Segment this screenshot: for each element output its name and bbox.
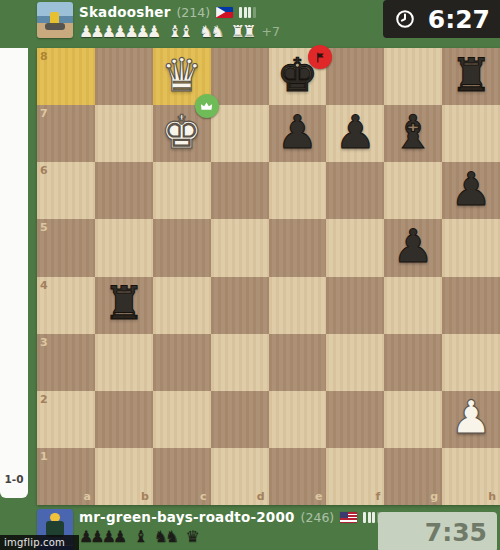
square-h5[interactable] bbox=[442, 219, 500, 276]
square-g7[interactable]: ♝ bbox=[384, 105, 442, 162]
captured-white-r: ♜ bbox=[242, 22, 253, 41]
square-b5[interactable] bbox=[95, 219, 153, 276]
square-h7[interactable] bbox=[442, 105, 500, 162]
square-f3[interactable] bbox=[326, 334, 384, 391]
rank-label-5: 5 bbox=[40, 221, 48, 234]
square-g2[interactable] bbox=[384, 391, 442, 448]
square-f6[interactable] bbox=[326, 162, 384, 219]
captured-black-p: ♟ bbox=[79, 527, 90, 546]
captured-white-p: ♟ bbox=[147, 22, 158, 41]
square-b6[interactable] bbox=[95, 162, 153, 219]
captured-black-n: ♞ bbox=[165, 527, 176, 546]
top-player-info: Skadoosher (214) ♟♟♟♟♟♟♟♝♝♞♞♜♜ +7 bbox=[79, 3, 280, 41]
square-c7[interactable]: ♚ bbox=[153, 105, 211, 162]
bottom-player-rating: (246) bbox=[301, 510, 335, 525]
piece-wP-h2[interactable]: ♟ bbox=[450, 394, 491, 440]
bottom-player-username[interactable]: mr-green-bays-roadto-2000 bbox=[79, 509, 295, 525]
rank-label-1: 1 bbox=[40, 450, 48, 463]
square-h3[interactable] bbox=[442, 334, 500, 391]
square-g8[interactable] bbox=[384, 48, 442, 105]
square-b3[interactable] bbox=[95, 334, 153, 391]
game-result: 1-0 bbox=[0, 473, 28, 485]
captured-white-p: ♟ bbox=[90, 22, 101, 41]
square-h4[interactable] bbox=[442, 277, 500, 334]
piece-wK-c7[interactable]: ♚ bbox=[161, 109, 202, 155]
square-h2[interactable]: ♟ bbox=[442, 391, 500, 448]
rank-label-4: 4 bbox=[40, 279, 48, 292]
captured-black-p: ♟ bbox=[90, 527, 101, 546]
square-c4[interactable] bbox=[153, 277, 211, 334]
bottom-captured-pieces: ♟♟♟♟♝♞♞♛ bbox=[79, 528, 380, 546]
square-e4[interactable] bbox=[269, 277, 327, 334]
square-d6[interactable] bbox=[211, 162, 269, 219]
rank-label-7: 7 bbox=[40, 107, 48, 120]
square-c1[interactable]: c bbox=[153, 448, 211, 505]
square-e3[interactable] bbox=[269, 334, 327, 391]
material-advantage: +7 bbox=[261, 26, 279, 39]
square-f1[interactable]: f bbox=[326, 448, 384, 505]
captured-black-p: ♟ bbox=[113, 527, 124, 546]
square-c5[interactable] bbox=[153, 219, 211, 276]
philippines-flag-icon bbox=[216, 7, 233, 18]
square-a6[interactable]: 6 bbox=[37, 162, 95, 219]
square-d3[interactable] bbox=[211, 334, 269, 391]
piece-bP-g5[interactable]: ♟ bbox=[393, 223, 434, 269]
square-f8[interactable] bbox=[326, 48, 384, 105]
square-g3[interactable] bbox=[384, 334, 442, 391]
square-f4[interactable] bbox=[326, 277, 384, 334]
captured-white-p: ♟ bbox=[124, 22, 135, 41]
square-f7[interactable]: ♟ bbox=[326, 105, 384, 162]
top-player-username[interactable]: Skadoosher bbox=[79, 4, 170, 20]
connection-signal-icon bbox=[239, 7, 256, 18]
square-a3[interactable]: 3 bbox=[37, 334, 95, 391]
captured-pieces-list: ♟♟♟♟♝♞♞♛ bbox=[79, 529, 197, 545]
file-label-h: h bbox=[488, 490, 496, 503]
square-h6[interactable]: ♟ bbox=[442, 162, 500, 219]
square-h1[interactable]: h bbox=[442, 448, 500, 505]
file-label-b: b bbox=[141, 490, 149, 503]
top-player-avatar[interactable] bbox=[37, 2, 73, 38]
square-g5[interactable]: ♟ bbox=[384, 219, 442, 276]
file-label-e: e bbox=[315, 490, 322, 503]
square-e2[interactable] bbox=[269, 391, 327, 448]
move-list-panel[interactable]: 1-0 bbox=[0, 48, 28, 498]
square-b2[interactable] bbox=[95, 391, 153, 448]
top-player-rating: (214) bbox=[176, 5, 210, 20]
square-a5[interactable]: 5 bbox=[37, 219, 95, 276]
piece-bR-b4[interactable]: ♜ bbox=[103, 280, 144, 326]
captured-pieces-list: ♟♟♟♟♟♟♟♝♝♞♞♜♜ bbox=[79, 24, 253, 40]
square-a7[interactable]: 7 bbox=[37, 105, 95, 162]
square-e1[interactable]: e bbox=[269, 448, 327, 505]
square-e6[interactable] bbox=[269, 162, 327, 219]
rank-label-8: 8 bbox=[40, 50, 48, 63]
top-captured-pieces: ♟♟♟♟♟♟♟♝♝♞♞♜♜ +7 bbox=[79, 23, 280, 41]
game-screen: Skadoosher (214) ♟♟♟♟♟♟♟♝♝♞♞♜♜ +7 6:27 1… bbox=[0, 0, 500, 550]
chess-board[interactable]: 8♛♚♜7♚♟♟♝6♟5♟4♜32♟1abcdefgh bbox=[37, 48, 500, 505]
captured-white-p: ♟ bbox=[136, 22, 147, 41]
square-h8[interactable]: ♜ bbox=[442, 48, 500, 105]
bottom-clock-time: 7:35 bbox=[425, 518, 487, 547]
piece-bP-e7[interactable]: ♟ bbox=[277, 109, 318, 155]
square-f5[interactable] bbox=[326, 219, 384, 276]
square-a1[interactable]: 1a bbox=[37, 448, 95, 505]
file-label-c: c bbox=[200, 490, 207, 503]
captured-white-b: ♝ bbox=[167, 22, 178, 41]
captured-black-p: ♟ bbox=[102, 527, 113, 546]
square-d4[interactable] bbox=[211, 277, 269, 334]
us-flag-icon bbox=[340, 512, 357, 523]
bottom-player-clock: 7:35 bbox=[378, 512, 497, 550]
rank-label-3: 3 bbox=[40, 336, 48, 349]
file-label-d: d bbox=[257, 490, 265, 503]
square-e8[interactable]: ♚ bbox=[269, 48, 327, 105]
square-c2[interactable] bbox=[153, 391, 211, 448]
captured-black-q: ♛ bbox=[185, 527, 196, 546]
square-g1[interactable]: g bbox=[384, 448, 442, 505]
file-label-g: g bbox=[430, 490, 438, 503]
square-e5[interactable] bbox=[269, 219, 327, 276]
square-g4[interactable] bbox=[384, 277, 442, 334]
piece-bP-h6[interactable]: ♟ bbox=[450, 166, 491, 212]
rank-label-6: 6 bbox=[40, 164, 48, 177]
clock-icon bbox=[394, 8, 416, 30]
captured-white-r: ♜ bbox=[231, 22, 242, 41]
square-d7[interactable] bbox=[211, 105, 269, 162]
square-b7[interactable] bbox=[95, 105, 153, 162]
captured-white-p: ♟ bbox=[113, 22, 124, 41]
square-b8[interactable] bbox=[95, 48, 153, 105]
square-f2[interactable] bbox=[326, 391, 384, 448]
captured-white-n: ♞ bbox=[210, 22, 221, 41]
top-clock-time: 6:27 bbox=[428, 5, 490, 34]
avatar-bike bbox=[45, 23, 65, 30]
square-g6[interactable] bbox=[384, 162, 442, 219]
captured-black-b: ♝ bbox=[133, 527, 144, 546]
piece-bB-g7[interactable]: ♝ bbox=[393, 109, 434, 155]
captured-white-b: ♝ bbox=[179, 22, 190, 41]
square-d8[interactable] bbox=[211, 48, 269, 105]
captured-white-p: ♟ bbox=[79, 22, 90, 41]
rank-label-2: 2 bbox=[40, 393, 48, 406]
square-b4[interactable]: ♜ bbox=[95, 277, 153, 334]
piece-bP-f7[interactable]: ♟ bbox=[335, 109, 376, 155]
square-b1[interactable]: b bbox=[95, 448, 153, 505]
captured-black-n: ♞ bbox=[154, 527, 165, 546]
square-c3[interactable] bbox=[153, 334, 211, 391]
square-a4[interactable]: 4 bbox=[37, 277, 95, 334]
square-e7[interactable]: ♟ bbox=[269, 105, 327, 162]
top-player-clock: 6:27 bbox=[383, 0, 500, 38]
square-d5[interactable] bbox=[211, 219, 269, 276]
bottom-player-info: mr-green-bays-roadto-2000 (246) ♟♟♟♟♝♞♞♛ bbox=[79, 508, 380, 546]
captured-white-n: ♞ bbox=[199, 22, 210, 41]
file-label-f: f bbox=[375, 490, 380, 503]
square-d1[interactable]: d bbox=[211, 448, 269, 505]
top-player-bar: Skadoosher (214) ♟♟♟♟♟♟♟♝♝♞♞♜♜ +7 6:27 bbox=[0, 0, 500, 45]
square-c6[interactable] bbox=[153, 162, 211, 219]
captured-white-p: ♟ bbox=[102, 22, 113, 41]
file-label-a: a bbox=[83, 490, 90, 503]
piece-wQ-c8[interactable]: ♛ bbox=[161, 52, 202, 98]
square-d2[interactable] bbox=[211, 391, 269, 448]
square-a8[interactable]: 8 bbox=[37, 48, 95, 105]
winner-crown-badge bbox=[195, 94, 219, 118]
square-a2[interactable]: 2 bbox=[37, 391, 95, 448]
piece-bR-h8[interactable]: ♜ bbox=[450, 52, 491, 98]
imgflip-watermark[interactable]: imgflip.com bbox=[0, 535, 79, 550]
